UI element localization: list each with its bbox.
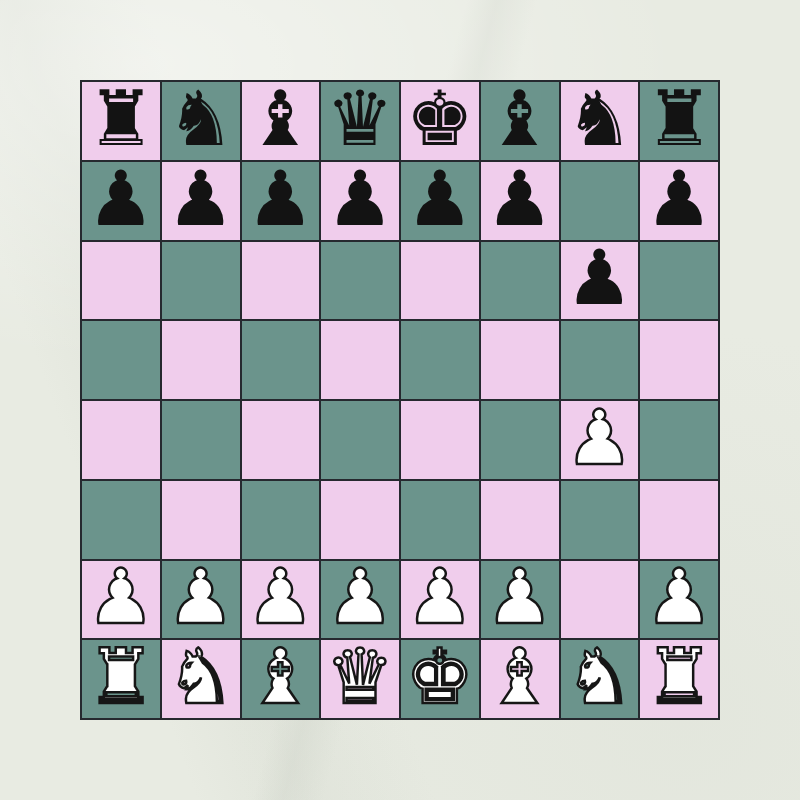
black-knight[interactable]: ♞ <box>167 81 235 157</box>
square-c4[interactable] <box>242 401 320 479</box>
square-c1[interactable]: ♝ <box>242 640 320 718</box>
square-f1[interactable]: ♝ <box>481 640 559 718</box>
square-h6[interactable] <box>640 242 718 320</box>
square-e6[interactable] <box>401 242 479 320</box>
square-a7[interactable]: ♟ <box>82 162 160 240</box>
black-pawn[interactable]: ♟ <box>486 161 554 237</box>
square-a1[interactable]: ♜ <box>82 640 160 718</box>
square-d8[interactable]: ♛ <box>321 82 399 160</box>
white-pawn[interactable]: ♟ <box>87 559 155 635</box>
white-pawn[interactable]: ♟ <box>326 559 394 635</box>
square-g2[interactable] <box>561 561 639 639</box>
square-a8[interactable]: ♜ <box>82 82 160 160</box>
square-c2[interactable]: ♟ <box>242 561 320 639</box>
square-d6[interactable] <box>321 242 399 320</box>
square-a3[interactable] <box>82 481 160 559</box>
square-e2[interactable]: ♟ <box>401 561 479 639</box>
square-b4[interactable] <box>162 401 240 479</box>
square-g8[interactable]: ♞ <box>561 82 639 160</box>
white-pawn[interactable]: ♟ <box>246 559 314 635</box>
chess-board: ♜♞♝♛♚♝♞♜♟♟♟♟♟♟♟♟♟♟♟♟♟♟♟♟♜♞♝♛♚♝♞♜ <box>80 80 720 720</box>
square-e4[interactable] <box>401 401 479 479</box>
square-g3[interactable] <box>561 481 639 559</box>
white-rook[interactable]: ♜ <box>645 639 713 715</box>
square-d3[interactable] <box>321 481 399 559</box>
square-h4[interactable] <box>640 401 718 479</box>
square-g1[interactable]: ♞ <box>561 640 639 718</box>
black-pawn[interactable]: ♟ <box>565 240 633 316</box>
white-pawn[interactable]: ♟ <box>565 400 633 476</box>
white-rook[interactable]: ♜ <box>87 639 155 715</box>
square-b7[interactable]: ♟ <box>162 162 240 240</box>
square-d5[interactable] <box>321 321 399 399</box>
square-b3[interactable] <box>162 481 240 559</box>
square-h2[interactable]: ♟ <box>640 561 718 639</box>
black-king[interactable]: ♚ <box>406 81 474 157</box>
square-e5[interactable] <box>401 321 479 399</box>
white-pawn[interactable]: ♟ <box>406 559 474 635</box>
square-e7[interactable]: ♟ <box>401 162 479 240</box>
white-knight[interactable]: ♞ <box>167 639 235 715</box>
square-c5[interactable] <box>242 321 320 399</box>
white-bishop[interactable]: ♝ <box>246 639 314 715</box>
black-bishop[interactable]: ♝ <box>246 81 314 157</box>
square-c3[interactable] <box>242 481 320 559</box>
square-h7[interactable]: ♟ <box>640 162 718 240</box>
square-f7[interactable]: ♟ <box>481 162 559 240</box>
black-rook[interactable]: ♜ <box>87 81 155 157</box>
square-e8[interactable]: ♚ <box>401 82 479 160</box>
square-a2[interactable]: ♟ <box>82 561 160 639</box>
white-pawn[interactable]: ♟ <box>486 559 554 635</box>
page-background: ♜♞♝♛♚♝♞♜♟♟♟♟♟♟♟♟♟♟♟♟♟♟♟♟♜♞♝♛♚♝♞♜ <box>0 0 800 800</box>
square-c6[interactable] <box>242 242 320 320</box>
square-c7[interactable]: ♟ <box>242 162 320 240</box>
square-d1[interactable]: ♛ <box>321 640 399 718</box>
black-knight[interactable]: ♞ <box>565 81 633 157</box>
black-pawn[interactable]: ♟ <box>326 161 394 237</box>
square-c8[interactable]: ♝ <box>242 82 320 160</box>
square-f5[interactable] <box>481 321 559 399</box>
square-g6[interactable]: ♟ <box>561 242 639 320</box>
square-g4[interactable]: ♟ <box>561 401 639 479</box>
black-pawn[interactable]: ♟ <box>87 161 155 237</box>
square-f6[interactable] <box>481 242 559 320</box>
square-d2[interactable]: ♟ <box>321 561 399 639</box>
black-bishop[interactable]: ♝ <box>486 81 554 157</box>
square-h8[interactable]: ♜ <box>640 82 718 160</box>
black-queen[interactable]: ♛ <box>326 81 394 157</box>
square-f4[interactable] <box>481 401 559 479</box>
square-h1[interactable]: ♜ <box>640 640 718 718</box>
square-a5[interactable] <box>82 321 160 399</box>
white-queen[interactable]: ♛ <box>326 639 394 715</box>
black-pawn[interactable]: ♟ <box>406 161 474 237</box>
white-pawn[interactable]: ♟ <box>645 559 713 635</box>
square-g7[interactable] <box>561 162 639 240</box>
square-b6[interactable] <box>162 242 240 320</box>
black-rook[interactable]: ♜ <box>645 81 713 157</box>
square-b2[interactable]: ♟ <box>162 561 240 639</box>
black-pawn[interactable]: ♟ <box>645 161 713 237</box>
black-pawn[interactable]: ♟ <box>167 161 235 237</box>
square-a6[interactable] <box>82 242 160 320</box>
square-b8[interactable]: ♞ <box>162 82 240 160</box>
square-e1[interactable]: ♚ <box>401 640 479 718</box>
square-b1[interactable]: ♞ <box>162 640 240 718</box>
square-f3[interactable] <box>481 481 559 559</box>
square-h3[interactable] <box>640 481 718 559</box>
square-b5[interactable] <box>162 321 240 399</box>
white-king[interactable]: ♚ <box>406 639 474 715</box>
square-g5[interactable] <box>561 321 639 399</box>
square-f2[interactable]: ♟ <box>481 561 559 639</box>
square-d4[interactable] <box>321 401 399 479</box>
white-knight[interactable]: ♞ <box>565 639 633 715</box>
white-pawn[interactable]: ♟ <box>167 559 235 635</box>
square-h5[interactable] <box>640 321 718 399</box>
black-pawn[interactable]: ♟ <box>246 161 314 237</box>
square-e3[interactable] <box>401 481 479 559</box>
square-d7[interactable]: ♟ <box>321 162 399 240</box>
square-a4[interactable] <box>82 401 160 479</box>
white-bishop[interactable]: ♝ <box>486 639 554 715</box>
square-f8[interactable]: ♝ <box>481 82 559 160</box>
